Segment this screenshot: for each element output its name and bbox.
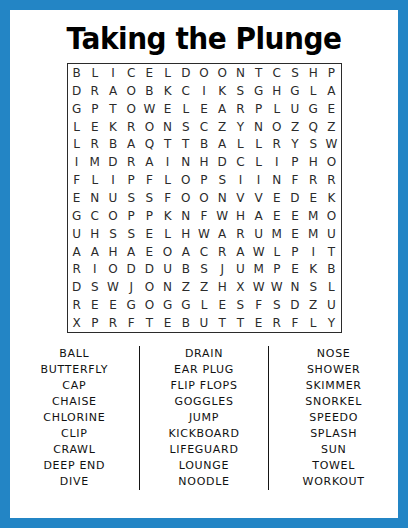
grid-cell-r4c9[interactable]: Z — [213, 118, 231, 136]
grid-cell-r14c3[interactable]: E — [104, 296, 122, 314]
grid-cell-r11c14[interactable]: I — [304, 243, 322, 261]
grid-cell-r11c9[interactable]: R — [213, 243, 231, 261]
grid-cell-r14c11[interactable]: F — [250, 296, 268, 314]
grid-cell-r3c7[interactable]: L — [177, 100, 195, 118]
grid-cell-r15c14[interactable]: L — [304, 314, 322, 332]
word-list-item: SPLASH — [269, 426, 398, 442]
word-list-item: SPEEDO — [269, 410, 398, 426]
grid-cell-r12c11[interactable]: M — [250, 261, 268, 279]
grid-cell-r6c4[interactable]: R — [122, 153, 140, 171]
grid-cell-r14c1[interactable]: R — [68, 296, 86, 314]
grid-cell-r7c15[interactable]: R — [322, 171, 340, 189]
word-list-item: DEEP END — [10, 458, 139, 474]
grid-cell-r1c13[interactable]: S — [286, 64, 304, 82]
grid-cell-r11c7[interactable]: A — [177, 243, 195, 261]
grid-cell-r10c7[interactable]: H — [177, 225, 195, 243]
grid-cell-r6c15[interactable]: O — [322, 153, 340, 171]
grid-cell-r8c14[interactable]: E — [304, 189, 322, 207]
grid-cell-r6c3[interactable]: D — [104, 153, 122, 171]
grid-cell-r9c13[interactable]: E — [286, 207, 304, 225]
grid-cell-r6c5[interactable]: A — [140, 153, 158, 171]
grid-cell-r5c14[interactable]: S — [304, 135, 322, 153]
grid-cell-r6c11[interactable]: L — [250, 153, 268, 171]
grid-cell-r12c12[interactable]: P — [268, 261, 286, 279]
grid-cell-r6c1[interactable]: I — [68, 153, 86, 171]
grid-cell-r9c10[interactable]: H — [231, 207, 249, 225]
word-list-item: WORKOUT — [269, 474, 398, 490]
word-list-item: CRAWL — [10, 442, 139, 458]
grid-cell-r9c3[interactable]: O — [104, 207, 122, 225]
grid-cell-r12c3[interactable]: O — [104, 261, 122, 279]
grid-cell-r1c6[interactable]: L — [159, 64, 177, 82]
word-list-item: BALL — [10, 346, 139, 362]
grid-cell-r15c10[interactable]: T — [231, 314, 249, 332]
word-list-column-1: BALLBUTTERFLYCAPCHAISECHLORINECLIPCRAWLD… — [10, 346, 139, 490]
grid-cell-r8c6[interactable]: F — [159, 189, 177, 207]
grid-cell-r13c8[interactable]: Z — [195, 278, 213, 296]
grid-cell-r8c15[interactable]: K — [322, 189, 340, 207]
grid-cell-r9c9[interactable]: W — [213, 207, 231, 225]
grid-cell-r10c9[interactable]: A — [213, 225, 231, 243]
grid-cell-r3c3[interactable]: T — [104, 100, 122, 118]
grid-cell-r11c11[interactable]: W — [250, 243, 268, 261]
grid-cell-r4c2[interactable]: E — [86, 118, 104, 136]
grid-cell-r15c2[interactable]: P — [86, 314, 104, 332]
grid-cell-r8c1[interactable]: E — [68, 189, 86, 207]
grid-cell-r9c8[interactable]: F — [195, 207, 213, 225]
grid-cell-r13c6[interactable]: N — [159, 278, 177, 296]
word-list-item: KICKBOARD — [140, 426, 269, 442]
grid-cell-r7c6[interactable]: L — [159, 171, 177, 189]
grid-cell-r1c12[interactable]: C — [268, 64, 286, 82]
grid-cell-r14c4[interactable]: G — [122, 296, 140, 314]
grid-cell-r14c7[interactable]: G — [177, 296, 195, 314]
grid-cell-r3c12[interactable]: L — [268, 100, 286, 118]
grid-cell-r8c4[interactable]: S — [122, 189, 140, 207]
grid-cell-r9c15[interactable]: O — [322, 207, 340, 225]
grid-cell-r1c2[interactable]: L — [86, 64, 104, 82]
grid-cell-r13c7[interactable]: Z — [177, 278, 195, 296]
grid-cell-r9c6[interactable]: K — [159, 207, 177, 225]
grid-cell-r2c15[interactable]: A — [322, 82, 340, 100]
grid-cell-r15c5[interactable]: T — [140, 314, 158, 332]
grid-cell-r15c8[interactable]: U — [195, 314, 213, 332]
grid-cell-r4c8[interactable]: C — [195, 118, 213, 136]
grid-cell-r2c5[interactable]: B — [140, 82, 158, 100]
grid-cell-r14c2[interactable]: E — [86, 296, 104, 314]
grid-cell-r2c14[interactable]: L — [304, 82, 322, 100]
grid-cell-r15c13[interactable]: F — [286, 314, 304, 332]
grid-cell-r8c5[interactable]: S — [140, 189, 158, 207]
grid-cell-r3c11[interactable]: P — [250, 100, 268, 118]
grid-cell-r13c11[interactable]: W — [250, 278, 268, 296]
grid-cell-r11c12[interactable]: L — [268, 243, 286, 261]
grid-cell-r11c6[interactable]: O — [159, 243, 177, 261]
grid-cell-r8c2[interactable]: N — [86, 189, 104, 207]
word-list-item: SKIMMER — [269, 378, 398, 394]
grid-cell-r5c13[interactable]: Y — [286, 135, 304, 153]
grid-cell-r5c11[interactable]: L — [250, 135, 268, 153]
grid-cell-r4c11[interactable]: N — [250, 118, 268, 136]
grid-cell-r3c15[interactable]: E — [322, 100, 340, 118]
grid-cell-r3c9[interactable]: A — [213, 100, 231, 118]
grid-cell-r11c15[interactable]: T — [322, 243, 340, 261]
grid-cell-r4c10[interactable]: Y — [231, 118, 249, 136]
word-list-item: TOWEL — [269, 458, 398, 474]
grid-cell-r5c3[interactable]: B — [104, 135, 122, 153]
grid-cell-r7c1[interactable]: F — [68, 171, 86, 189]
grid-cell-r12c5[interactable]: D — [140, 261, 158, 279]
grid-cell-r2c12[interactable]: H — [268, 82, 286, 100]
grid-cell-r12c15[interactable]: B — [322, 261, 340, 279]
grid-cell-r5c8[interactable]: B — [195, 135, 213, 153]
grid-cell-r8c3[interactable]: U — [104, 189, 122, 207]
grid-cell-r3c13[interactable]: U — [286, 100, 304, 118]
grid-cell-r10c11[interactable]: U — [250, 225, 268, 243]
grid-cell-r1c15[interactable]: P — [322, 64, 340, 82]
grid-cell-r1c3[interactable]: I — [104, 64, 122, 82]
grid-cell-r4c14[interactable]: Q — [304, 118, 322, 136]
word-list-item: CHLORINE — [10, 410, 139, 426]
grid-cell-r7c9[interactable]: S — [213, 171, 231, 189]
grid-cell-r13c14[interactable]: S — [304, 278, 322, 296]
grid-cell-r1c5[interactable]: E — [140, 64, 158, 82]
grid-cell-r8c10[interactable]: V — [231, 189, 249, 207]
grid-cell-r9c5[interactable]: P — [140, 207, 158, 225]
grid-cell-r8c9[interactable]: N — [213, 189, 231, 207]
grid-cell-r2c9[interactable]: K — [213, 82, 231, 100]
grid-cell-r6c13[interactable]: P — [286, 153, 304, 171]
grid-cell-r12c4[interactable]: D — [122, 261, 140, 279]
word-list-item: NOODLE — [140, 474, 269, 490]
grid-cell-r1c11[interactable]: T — [250, 64, 268, 82]
grid-cell-r1c4[interactable]: C — [122, 64, 140, 82]
grid-cell-r14c12[interactable]: S — [268, 296, 286, 314]
grid-cell-r12c8[interactable]: S — [195, 261, 213, 279]
grid-cell-r9c11[interactable]: A — [250, 207, 268, 225]
grid-cell-r15c4[interactable]: F — [122, 314, 140, 332]
grid-cell-r10c13[interactable]: E — [286, 225, 304, 243]
grid-cell-r4c12[interactable]: O — [268, 118, 286, 136]
grid-cell-r14c15[interactable]: U — [322, 296, 340, 314]
grid-cell-r14c10[interactable]: S — [231, 296, 249, 314]
grid-cell-r13c9[interactable]: H — [213, 278, 231, 296]
grid-cell-r3c8[interactable]: E — [195, 100, 213, 118]
word-list-column-3: NOSESHOWERSKIMMERSNORKELSPEEDOSPLASHSUNT… — [269, 346, 398, 490]
grid-cell-r7c4[interactable]: P — [122, 171, 140, 189]
grid-cell-r14c5[interactable]: O — [140, 296, 158, 314]
word-list-item: CLIP — [10, 426, 139, 442]
grid-cell-r10c1[interactable]: U — [68, 225, 86, 243]
grid-cell-r13c13[interactable]: N — [286, 278, 304, 296]
grid-cell-r14c9[interactable]: E — [213, 296, 231, 314]
grid-cell-r1c8[interactable]: O — [195, 64, 213, 82]
grid-cell-r2c3[interactable]: A — [104, 82, 122, 100]
grid-cell-r4c5[interactable]: O — [140, 118, 158, 136]
grid-cell-r2c7[interactable]: C — [177, 82, 195, 100]
grid-cell-r7c13[interactable]: F — [286, 171, 304, 189]
grid-cell-r8c13[interactable]: D — [286, 189, 304, 207]
grid-cell-r1c10[interactable]: N — [231, 64, 249, 82]
grid-cell-r4c13[interactable]: Z — [286, 118, 304, 136]
grid-cell-r3c10[interactable]: R — [231, 100, 249, 118]
grid-cell-r2c10[interactable]: S — [231, 82, 249, 100]
grid-cell-r6c7[interactable]: N — [177, 153, 195, 171]
word-list-item: DRAIN — [140, 346, 269, 362]
grid-cell-r10c12[interactable]: M — [268, 225, 286, 243]
grid-cell-r13c3[interactable]: W — [104, 278, 122, 296]
grid-cell-r7c11[interactable]: I — [250, 171, 268, 189]
grid-cell-r8c12[interactable]: E — [268, 189, 286, 207]
grid-cell-r6c12[interactable]: I — [268, 153, 286, 171]
grid-cell-r15c12[interactable]: R — [268, 314, 286, 332]
word-list-item: EAR PLUG — [140, 362, 269, 378]
grid-cell-r11c13[interactable]: P — [286, 243, 304, 261]
grid-cell-r9c7[interactable]: N — [177, 207, 195, 225]
grid-cell-r3c4[interactable]: O — [122, 100, 140, 118]
grid-cell-r15c11[interactable]: E — [250, 314, 268, 332]
grid-cell-r7c14[interactable]: R — [304, 171, 322, 189]
grid-cell-r8c11[interactable]: V — [250, 189, 268, 207]
grid-cell-r2c4[interactable]: O — [122, 82, 140, 100]
grid-cell-r5c5[interactable]: Q — [140, 135, 158, 153]
grid-cell-r5c15[interactable]: W — [322, 135, 340, 153]
grid-cell-r4c6[interactable]: N — [159, 118, 177, 136]
grid-cell-r4c15[interactable]: Z — [322, 118, 340, 136]
word-list-item: LOUNGE — [140, 458, 269, 474]
word-list-item: GOGGLES — [140, 394, 269, 410]
grid-cell-r11c2[interactable]: A — [86, 243, 104, 261]
grid-cell-r8c7[interactable]: O — [177, 189, 195, 207]
grid-cell-r12c1[interactable]: R — [68, 261, 86, 279]
grid-cell-r7c8[interactable]: P — [195, 171, 213, 189]
grid-cell-r15c9[interactable]: T — [213, 314, 231, 332]
grid-cell-r15c6[interactable]: E — [159, 314, 177, 332]
grid-cell-r10c10[interactable]: R — [231, 225, 249, 243]
grid-cell-r3c2[interactable]: P — [86, 100, 104, 118]
grid-cell-r5c12[interactable]: R — [268, 135, 286, 153]
word-list-item: SHOWER — [269, 362, 398, 378]
grid-cell-r15c3[interactable]: R — [104, 314, 122, 332]
grid-cell-r11c1[interactable]: A — [68, 243, 86, 261]
grid-cell-r2c1[interactable]: D — [68, 82, 86, 100]
grid-cell-r9c2[interactable]: C — [86, 207, 104, 225]
grid-cell-r5c7[interactable]: T — [177, 135, 195, 153]
word-search-grid[interactable]: BLICELDOONTCSHPDRAOBKCIKSGHGLAGPTOWELEAR… — [67, 63, 342, 333]
grid-cell-r2c6[interactable]: K — [159, 82, 177, 100]
grid-cell-r13c12[interactable]: W — [268, 278, 286, 296]
grid-cell-r12c9[interactable]: J — [213, 261, 231, 279]
grid-cell-r1c9[interactable]: O — [213, 64, 231, 82]
grid-cell-r5c4[interactable]: A — [122, 135, 140, 153]
word-list-item: CAP — [10, 378, 139, 394]
grid-cell-r14c8[interactable]: L — [195, 296, 213, 314]
grid-cell-r2c8[interactable]: I — [195, 82, 213, 100]
word-list-item: DIVE — [10, 474, 139, 490]
grid-cell-r6c6[interactable]: I — [159, 153, 177, 171]
grid-cell-r4c4[interactable]: R — [122, 118, 140, 136]
word-list-item: FLIP FLOPS — [140, 378, 269, 394]
grid-cell-r9c14[interactable]: M — [304, 207, 322, 225]
grid-cell-r13c10[interactable]: X — [231, 278, 249, 296]
word-list-item: SUN — [269, 442, 398, 458]
grid-cell-r5c1[interactable]: L — [68, 135, 86, 153]
grid-cell-r4c1[interactable]: L — [68, 118, 86, 136]
grid-cell-r1c14[interactable]: H — [304, 64, 322, 82]
grid-cell-r6c8[interactable]: H — [195, 153, 213, 171]
grid-cell-r13c5[interactable]: O — [140, 278, 158, 296]
grid-cell-r7c10[interactable]: I — [231, 171, 249, 189]
grid-cell-r9c4[interactable]: P — [122, 207, 140, 225]
grid-cell-r3c6[interactable]: E — [159, 100, 177, 118]
grid-cell-r2c11[interactable]: G — [250, 82, 268, 100]
word-list-item: CHAISE — [10, 394, 139, 410]
word-list-item: NOSE — [269, 346, 398, 362]
grid-cell-r7c2[interactable]: L — [86, 171, 104, 189]
grid-cell-r7c7[interactable]: O — [177, 171, 195, 189]
grid-cell-r2c2[interactable]: R — [86, 82, 104, 100]
grid-cell-r13c15[interactable]: L — [322, 278, 340, 296]
grid-cell-r12c2[interactable]: I — [86, 261, 104, 279]
grid-cell-r15c15[interactable]: Y — [322, 314, 340, 332]
puzzle-title: Taking the Plunge — [10, 21, 398, 56]
word-list-item: LIFEGUARD — [140, 442, 269, 458]
grid-cell-r5c9[interactable]: A — [213, 135, 231, 153]
grid-cell-r3c14[interactable]: G — [304, 100, 322, 118]
grid-cell-r8c8[interactable]: O — [195, 189, 213, 207]
grid-cell-r6c2[interactable]: M — [86, 153, 104, 171]
grid-cell-r6c14[interactable]: H — [304, 153, 322, 171]
grid-cell-r11c3[interactable]: H — [104, 243, 122, 261]
grid-cell-r5c6[interactable]: T — [159, 135, 177, 153]
grid-cell-r11c8[interactable]: C — [195, 243, 213, 261]
grid-cell-r13c1[interactable]: D — [68, 278, 86, 296]
grid-cell-r9c12[interactable]: E — [268, 207, 286, 225]
grid-cell-r7c5[interactable]: F — [140, 171, 158, 189]
grid-cell-r11c10[interactable]: A — [231, 243, 249, 261]
grid-cell-r3c5[interactable]: W — [140, 100, 158, 118]
word-list-column-2: DRAINEAR PLUGFLIP FLOPSGOGGLESJUMPKICKBO… — [139, 346, 270, 490]
grid-cell-r11c5[interactable]: E — [140, 243, 158, 261]
grid-cell-r14c13[interactable]: D — [286, 296, 304, 314]
grid-cell-r15c1[interactable]: X — [68, 314, 86, 332]
grid-cell-r12c13[interactable]: E — [286, 261, 304, 279]
grid-cell-r10c4[interactable]: S — [122, 225, 140, 243]
grid-cell-r10c15[interactable]: U — [322, 225, 340, 243]
grid-cell-r14c6[interactable]: G — [159, 296, 177, 314]
grid-cell-r12c10[interactable]: U — [231, 261, 249, 279]
grid-cell-r6c9[interactable]: D — [213, 153, 231, 171]
grid-cell-r9c1[interactable]: G — [68, 207, 86, 225]
grid-cell-r13c2[interactable]: S — [86, 278, 104, 296]
grid-cell-r3c1[interactable]: G — [68, 100, 86, 118]
word-list: BALLBUTTERFLYCAPCHAISECHLORINECLIPCRAWLD… — [10, 346, 398, 490]
word-list-item: BUTTERFLY — [10, 362, 139, 378]
grid-cell-r10c14[interactable]: M — [304, 225, 322, 243]
grid-cell-r10c5[interactable]: E — [140, 225, 158, 243]
grid-cell-r4c7[interactable]: S — [177, 118, 195, 136]
grid-cell-r5c2[interactable]: R — [86, 135, 104, 153]
grid-cell-r6c10[interactable]: C — [231, 153, 249, 171]
grid-cell-r2c13[interactable]: G — [286, 82, 304, 100]
grid-cell-r4c3[interactable]: K — [104, 118, 122, 136]
grid-cell-r12c14[interactable]: K — [304, 261, 322, 279]
grid-cell-r14c14[interactable]: Z — [304, 296, 322, 314]
grid-cell-r11c4[interactable]: A — [122, 243, 140, 261]
grid-cell-r7c3[interactable]: I — [104, 171, 122, 189]
grid-cell-r10c2[interactable]: H — [86, 225, 104, 243]
grid-cell-r10c3[interactable]: S — [104, 225, 122, 243]
word-list-item: SNORKEL — [269, 394, 398, 410]
grid-cell-r1c1[interactable]: B — [68, 64, 86, 82]
grid-cell-r13c4[interactable]: J — [122, 278, 140, 296]
grid-cell-r10c6[interactable]: L — [159, 225, 177, 243]
grid-cell-r15c7[interactable]: B — [177, 314, 195, 332]
grid-cell-r12c6[interactable]: U — [159, 261, 177, 279]
grid-cell-r10c8[interactable]: W — [195, 225, 213, 243]
grid-cell-r1c7[interactable]: D — [177, 64, 195, 82]
grid-cell-r5c10[interactable]: L — [231, 135, 249, 153]
word-list-item: JUMP — [140, 410, 269, 426]
grid-cell-r7c12[interactable]: N — [268, 171, 286, 189]
grid-cell-r12c7[interactable]: B — [177, 261, 195, 279]
